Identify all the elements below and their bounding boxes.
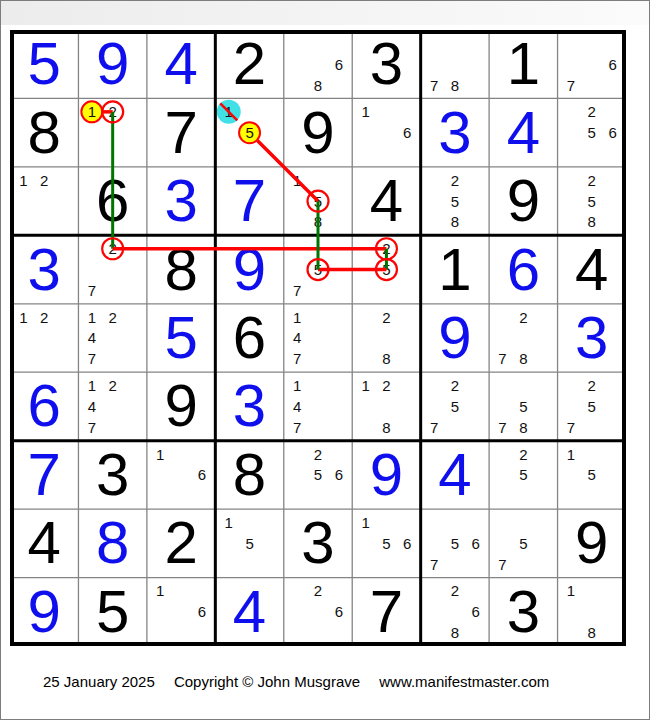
- given-digit: 9: [489, 167, 557, 235]
- candidate-digit: 6: [465, 601, 486, 622]
- solved-digit: 5: [10, 30, 78, 98]
- cell-r8c5[interactable]: 3: [284, 509, 352, 577]
- candidate-digit: 1: [561, 581, 582, 602]
- cell-r8c2[interactable]: 8: [78, 509, 146, 577]
- cell-r9c4[interactable]: 4: [215, 578, 283, 646]
- given-digit: 4: [10, 509, 78, 577]
- cell-r1c1[interactable]: 5: [10, 30, 78, 98]
- pencil-marks: 68: [287, 33, 349, 95]
- solved-digit: 7: [215, 167, 283, 235]
- pencil-marks: 567: [424, 512, 486, 574]
- footer-copyright: Copyright © John Musgrave: [174, 673, 360, 690]
- candidate-digit: 2: [444, 581, 465, 602]
- pencil-marks: 28: [355, 307, 417, 369]
- candidate-digit: 4: [81, 328, 102, 349]
- candidate-digit: 5: [308, 259, 329, 280]
- sudoku-board: 5942683781678127159163425612637158425892…: [10, 30, 626, 646]
- solved-digit: 3: [215, 372, 283, 440]
- pencil-marks: 147: [287, 307, 349, 369]
- cell-r5c2[interactable]: 1247: [78, 304, 146, 372]
- candidate-digit: 7: [424, 75, 445, 96]
- cell-r2c1[interactable]: 8: [10, 98, 78, 166]
- given-digit: 9: [558, 509, 626, 577]
- cell-r9c9[interactable]: 18: [558, 578, 626, 646]
- cell-r2c6[interactable]: 16: [352, 98, 420, 166]
- cell-r8c3[interactable]: 2: [147, 509, 215, 577]
- cell-r2c2[interactable]: 12: [78, 98, 146, 166]
- candidate-digit: 8: [444, 212, 465, 233]
- pencil-marks: 25: [355, 238, 417, 300]
- pencil-marks: 257: [561, 375, 623, 437]
- solved-digit: 3: [10, 235, 78, 303]
- candidate-digit: 2: [102, 307, 123, 328]
- pencil-marks: 257: [424, 375, 486, 437]
- candidate-digit: 2: [308, 581, 329, 602]
- pencil-marks: 15: [218, 512, 280, 574]
- candidate-digit: 6: [465, 533, 486, 554]
- cell-r7c7[interactable]: 4: [421, 441, 489, 509]
- given-digit: 9: [147, 372, 215, 440]
- given-digit: 3: [352, 30, 420, 98]
- cell-r7c2[interactable]: 3: [78, 441, 146, 509]
- candidate-digit: 1: [287, 375, 308, 396]
- candidate-digit: 5: [444, 533, 465, 554]
- candidate-digit: 8: [376, 348, 397, 369]
- given-digit: 8: [10, 98, 78, 166]
- candidate-digit: 1: [287, 307, 308, 328]
- pencil-marks: 1247: [81, 307, 143, 369]
- pencil-marks: 256: [561, 101, 623, 163]
- candidate-digit: 6: [602, 122, 623, 143]
- solved-digit: 4: [215, 578, 283, 646]
- cell-r8c8[interactable]: 57: [489, 509, 557, 577]
- solved-digit: 9: [10, 578, 78, 646]
- candidate-digit: 7: [561, 75, 582, 96]
- solved-digit: 4: [421, 441, 489, 509]
- candidate-digit: 1: [287, 170, 308, 191]
- pencil-marks: 278: [492, 307, 554, 369]
- candidate-digit: 2: [581, 101, 602, 122]
- given-digit: 9: [284, 98, 352, 166]
- cell-r7c1[interactable]: 7: [10, 441, 78, 509]
- candidate-digit: 2: [513, 307, 534, 328]
- candidate-digit: 2: [444, 170, 465, 191]
- candidate-digit: 1: [355, 375, 376, 396]
- footer: 25 January 2025 Copyright © John Musgrav…: [43, 673, 564, 690]
- cell-r9c7[interactable]: 268: [421, 578, 489, 646]
- candidate-digit: 8: [581, 622, 602, 643]
- cell-r2c7[interactable]: 3: [421, 98, 489, 166]
- pencil-marks: 18: [561, 581, 623, 643]
- cell-r3c1[interactable]: 12: [10, 167, 78, 235]
- candidate-digit: 6: [328, 54, 349, 75]
- pencil-marks: 12: [13, 307, 75, 369]
- candidate-digit: 2: [376, 238, 397, 259]
- solved-digit: 3: [421, 98, 489, 166]
- candidate-digit: 2: [102, 238, 123, 259]
- given-digit: 1: [489, 30, 557, 98]
- pencil-marks: 57: [492, 512, 554, 574]
- cell-r2c4[interactable]: 15: [215, 98, 283, 166]
- cell-r8c6[interactable]: 156: [352, 509, 420, 577]
- pencil-marks: 158: [287, 170, 349, 232]
- candidate-digit: 5: [308, 464, 329, 485]
- cell-r5c5[interactable]: 147: [284, 304, 352, 372]
- cell-r3c4[interactable]: 7: [215, 167, 283, 235]
- candidate-digit: 2: [34, 307, 55, 328]
- cell-r8c1[interactable]: 4: [10, 509, 78, 577]
- given-digit: 7: [352, 578, 420, 646]
- cell-r5c9[interactable]: 3: [558, 304, 626, 372]
- candidate-digit: 5: [581, 122, 602, 143]
- cell-r1c3[interactable]: 4: [147, 30, 215, 98]
- candidate-digit: 8: [308, 75, 329, 96]
- candidate-digit: 1: [81, 101, 102, 122]
- given-digit: 1: [421, 235, 489, 303]
- cell-r9c3[interactable]: 16: [147, 578, 215, 646]
- cell-r7c3[interactable]: 16: [147, 441, 215, 509]
- candidate-digit: 2: [513, 444, 534, 465]
- cell-r7c6[interactable]: 9: [352, 441, 420, 509]
- footer-website: www.manifestmaster.com: [379, 673, 549, 690]
- solved-digit: 6: [489, 235, 557, 303]
- candidate-digit: 1: [355, 512, 376, 533]
- candidate-digit: 8: [444, 75, 465, 96]
- solved-digit: 4: [147, 30, 215, 98]
- given-digit: 3: [489, 578, 557, 646]
- board-cells: 5942683781678127159163425612637158425892…: [10, 30, 626, 646]
- pencil-marks: 15: [218, 101, 280, 163]
- candidate-digit: 7: [561, 417, 582, 438]
- candidate-digit: 7: [81, 417, 102, 438]
- candidate-digit: 7: [287, 417, 308, 438]
- pencil-marks: 12: [13, 170, 75, 232]
- pencil-marks: 16: [355, 101, 417, 163]
- candidate-digit: 5: [239, 533, 260, 554]
- candidate-digit: 2: [444, 375, 465, 396]
- candidate-digit: 6: [602, 54, 623, 75]
- cell-r4c3[interactable]: 8: [147, 235, 215, 303]
- candidate-digit: 5: [239, 122, 260, 143]
- candidate-digit: 5: [444, 396, 465, 417]
- solved-digit: 9: [78, 30, 146, 98]
- candidate-digit: 7: [287, 280, 308, 301]
- candidate-digit: 8: [376, 417, 397, 438]
- cell-r8c4[interactable]: 15: [215, 509, 283, 577]
- pencil-marks: 147: [287, 375, 349, 437]
- cell-r4c8[interactable]: 6: [489, 235, 557, 303]
- cell-r3c9[interactable]: 258: [558, 167, 626, 235]
- candidate-digit: 1: [218, 101, 239, 122]
- candidate-digit: 7: [492, 348, 513, 369]
- given-digit: 3: [78, 441, 146, 509]
- candidate-digit: 8: [444, 622, 465, 643]
- given-digit: 5: [78, 578, 146, 646]
- candidate-digit: 6: [192, 464, 213, 485]
- candidate-digit: 2: [102, 375, 123, 396]
- pencil-marks: 578: [492, 375, 554, 437]
- candidate-digit: 8: [581, 212, 602, 233]
- pencil-marks: 1247: [81, 375, 143, 437]
- cell-r4c4[interactable]: 9: [215, 235, 283, 303]
- candidate-digit: 5: [581, 191, 602, 212]
- cell-r3c7[interactable]: 258: [421, 167, 489, 235]
- candidate-digit: 8: [308, 212, 329, 233]
- given-digit: 2: [147, 509, 215, 577]
- cell-r5c7[interactable]: 9: [421, 304, 489, 372]
- cell-r4c6[interactable]: 25: [352, 235, 420, 303]
- candidate-digit: 6: [328, 601, 349, 622]
- cell-r1c8[interactable]: 1: [489, 30, 557, 98]
- candidate-digit: 5: [513, 464, 534, 485]
- given-digit: 6: [78, 167, 146, 235]
- cell-r6c9[interactable]: 257: [558, 372, 626, 440]
- cell-r5c8[interactable]: 278: [489, 304, 557, 372]
- pencil-marks: 25: [492, 444, 554, 506]
- footer-date: 25 January 2025: [43, 673, 155, 690]
- candidate-digit: 2: [308, 444, 329, 465]
- candidate-digit: 1: [150, 444, 171, 465]
- candidate-digit: 7: [81, 348, 102, 369]
- cell-r6c8[interactable]: 578: [489, 372, 557, 440]
- candidate-digit: 1: [355, 101, 376, 122]
- pencil-marks: 57: [287, 238, 349, 300]
- cell-r3c8[interactable]: 9: [489, 167, 557, 235]
- pencil-marks: 258: [561, 170, 623, 232]
- cell-r4c5[interactable]: 57: [284, 235, 352, 303]
- cell-r9c8[interactable]: 3: [489, 578, 557, 646]
- given-digit: 8: [215, 441, 283, 509]
- candidate-digit: 4: [287, 396, 308, 417]
- candidate-digit: 1: [13, 170, 34, 191]
- candidate-digit: 5: [308, 191, 329, 212]
- pencil-marks: 258: [424, 170, 486, 232]
- candidate-digit: 4: [81, 396, 102, 417]
- cell-r1c2[interactable]: 9: [78, 30, 146, 98]
- cell-r7c9[interactable]: 15: [558, 441, 626, 509]
- pencil-marks: 67: [561, 33, 623, 95]
- solved-digit: 4: [489, 98, 557, 166]
- cell-r2c8[interactable]: 4: [489, 98, 557, 166]
- pencil-marks: 78: [424, 33, 486, 95]
- candidate-digit: 2: [581, 170, 602, 191]
- cell-r9c6[interactable]: 7: [352, 578, 420, 646]
- cell-r9c5[interactable]: 26: [284, 578, 352, 646]
- candidate-digit: 1: [561, 444, 582, 465]
- cell-r6c3[interactable]: 9: [147, 372, 215, 440]
- candidate-digit: 8: [513, 348, 534, 369]
- cell-r4c9[interactable]: 4: [558, 235, 626, 303]
- cell-r3c6[interactable]: 4: [352, 167, 420, 235]
- cell-r1c6[interactable]: 3: [352, 30, 420, 98]
- cell-r1c7[interactable]: 78: [421, 30, 489, 98]
- cell-r6c5[interactable]: 147: [284, 372, 352, 440]
- header-bar: [1, 1, 649, 25]
- candidate-digit: 6: [328, 464, 349, 485]
- page: { "game": "sudoku", "position": "5942.3.…: [0, 0, 650, 720]
- candidate-digit: 7: [492, 417, 513, 438]
- given-digit: 4: [558, 235, 626, 303]
- solved-digit: 3: [558, 304, 626, 372]
- candidate-digit: 7: [81, 280, 102, 301]
- given-digit: 2: [215, 30, 283, 98]
- candidate-digit: 6: [192, 601, 213, 622]
- candidate-digit: 1: [218, 512, 239, 533]
- cell-r6c7[interactable]: 257: [421, 372, 489, 440]
- pencil-marks: 15: [561, 444, 623, 506]
- given-digit: 6: [215, 304, 283, 372]
- cell-r4c7[interactable]: 1: [421, 235, 489, 303]
- cell-r5c4[interactable]: 6: [215, 304, 283, 372]
- cell-r5c1[interactable]: 12: [10, 304, 78, 372]
- cell-r6c4[interactable]: 3: [215, 372, 283, 440]
- cell-r5c3[interactable]: 5: [147, 304, 215, 372]
- cell-r2c9[interactable]: 256: [558, 98, 626, 166]
- given-digit: 4: [352, 167, 420, 235]
- cell-r1c5[interactable]: 68: [284, 30, 352, 98]
- solved-digit: 7: [10, 441, 78, 509]
- candidate-digit: 1: [13, 307, 34, 328]
- cell-r1c9[interactable]: 67: [558, 30, 626, 98]
- candidate-digit: 7: [424, 417, 445, 438]
- solved-digit: 3: [147, 167, 215, 235]
- candidate-digit: 2: [376, 307, 397, 328]
- cell-r3c5[interactable]: 158: [284, 167, 352, 235]
- pencil-marks: 16: [150, 581, 212, 643]
- cell-r6c1[interactable]: 6: [10, 372, 78, 440]
- cell-r9c2[interactable]: 5: [78, 578, 146, 646]
- cell-r8c7[interactable]: 567: [421, 509, 489, 577]
- pencil-marks: 16: [150, 444, 212, 506]
- pencil-marks: 156: [355, 512, 417, 574]
- solved-digit: 5: [147, 304, 215, 372]
- cell-r6c2[interactable]: 1247: [78, 372, 146, 440]
- candidate-digit: 2: [34, 170, 55, 191]
- candidate-digit: 1: [150, 581, 171, 602]
- cell-r3c2[interactable]: 6: [78, 167, 146, 235]
- candidate-digit: 5: [513, 533, 534, 554]
- cell-r4c1[interactable]: 3: [10, 235, 78, 303]
- given-digit: 7: [147, 98, 215, 166]
- cell-r1c4[interactable]: 2: [215, 30, 283, 98]
- pencil-marks: 256: [287, 444, 349, 506]
- candidate-digit: 5: [376, 533, 397, 554]
- cell-r2c3[interactable]: 7: [147, 98, 215, 166]
- cell-r7c4[interactable]: 8: [215, 441, 283, 509]
- cell-r4c2[interactable]: 27: [78, 235, 146, 303]
- cell-r8c9[interactable]: 9: [558, 509, 626, 577]
- candidate-digit: 1: [81, 375, 102, 396]
- solved-digit: 8: [78, 509, 146, 577]
- pencil-marks: 268: [424, 581, 486, 643]
- candidate-digit: 6: [397, 122, 418, 143]
- cell-r9c1[interactable]: 9: [10, 578, 78, 646]
- candidate-digit: 5: [513, 396, 534, 417]
- cell-r5c6[interactable]: 28: [352, 304, 420, 372]
- candidate-digit: 2: [102, 101, 123, 122]
- pencil-marks: 27: [81, 238, 143, 300]
- candidate-digit: 7: [287, 348, 308, 369]
- cell-r3c3[interactable]: 3: [147, 167, 215, 235]
- solved-digit: 9: [352, 441, 420, 509]
- given-digit: 3: [284, 509, 352, 577]
- pencil-marks: 12: [81, 101, 143, 163]
- candidate-digit: 2: [581, 375, 602, 396]
- candidate-digit: 2: [376, 375, 397, 396]
- solved-digit: 9: [215, 235, 283, 303]
- candidate-digit: 5: [581, 396, 602, 417]
- cell-r7c8[interactable]: 25: [489, 441, 557, 509]
- candidate-digit: 8: [513, 417, 534, 438]
- candidate-digit: 6: [397, 533, 418, 554]
- cell-r7c5[interactable]: 256: [284, 441, 352, 509]
- candidate-digit: 7: [492, 554, 513, 575]
- candidate-digit: 1: [81, 307, 102, 328]
- pencil-marks: 26: [287, 581, 349, 643]
- cell-r2c5[interactable]: 9: [284, 98, 352, 166]
- candidate-digit: 5: [376, 259, 397, 280]
- given-digit: 8: [147, 235, 215, 303]
- solved-digit: 9: [421, 304, 489, 372]
- candidate-digit: 5: [444, 191, 465, 212]
- cell-r6c6[interactable]: 128: [352, 372, 420, 440]
- candidate-digit: 7: [424, 554, 445, 575]
- candidate-digit: 4: [287, 328, 308, 349]
- pencil-marks: 128: [355, 375, 417, 437]
- solved-digit: 6: [10, 372, 78, 440]
- candidate-digit: 5: [581, 464, 602, 485]
